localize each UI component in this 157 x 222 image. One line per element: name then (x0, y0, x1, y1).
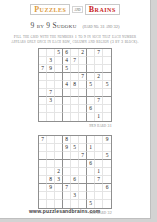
sudoku-cell-r7c5[interactable] (71, 97, 79, 105)
sudoku-cell-r7c8[interactable]: 7 (95, 97, 103, 105)
sudoku-cell-r2c3[interactable] (55, 144, 63, 152)
sudoku-cell-r3c8[interactable] (95, 65, 103, 73)
sudoku-cell-r9c2[interactable] (47, 200, 55, 208)
sudoku-cell-r1c5[interactable] (71, 136, 79, 144)
sudoku-cell-r6c9[interactable] (103, 176, 111, 184)
sudoku-cell-r1c6[interactable]: 2 (79, 49, 87, 57)
sudoku-cell-r9c5[interactable] (71, 113, 79, 121)
sudoku-cell-r2c8[interactable] (95, 144, 103, 152)
sudoku-cell-r3c1[interactable] (39, 152, 47, 160)
footer-url[interactable]: www.puzzlesandbrains.com (29, 208, 100, 214)
sudoku-cell-r8c1[interactable] (39, 192, 47, 200)
sudoku-cell-r9c7[interactable]: 5 (87, 200, 95, 208)
sudoku-cell-r7c7[interactable] (87, 97, 95, 105)
sudoku-cell-r4c2[interactable] (47, 73, 55, 81)
sudoku-cell-r4c5[interactable] (71, 73, 79, 81)
printable-sudoku-page: Puzzles and Brains 9 by 9 Sudoku (hard n… (0, 0, 151, 219)
sudoku-cell-r1c4[interactable]: 6 (63, 49, 71, 57)
sudoku-cell-r8c5[interactable] (71, 105, 79, 113)
sudoku-cell-r3c3[interactable] (55, 152, 63, 160)
sudoku-board-32: 78995175621836797635 (38, 135, 112, 209)
sudoku-cell-r8c5[interactable]: 3 (71, 192, 79, 200)
page-header: 9 by 9 Sudoku (hard no. 31 and 32) (0, 19, 150, 31)
sudoku-cell-r9c1[interactable] (39, 113, 47, 121)
sudoku-cell-r7c2[interactable]: 9 (47, 184, 55, 192)
sudoku-cell-r5c7[interactable]: 5 (87, 81, 95, 89)
sudoku-cell-r2c6[interactable] (79, 144, 87, 152)
sudoku-cell-r1c3[interactable]: 5 (55, 49, 63, 57)
sudoku-cell-r9c4[interactable] (63, 113, 71, 121)
sudoku-cell-r2c7[interactable]: 1 (87, 144, 95, 152)
sudoku-cell-r5c1[interactable] (39, 168, 47, 176)
sudoku-cell-r1c5[interactable] (71, 49, 79, 57)
logo-puzzles-box: Puzzles (30, 4, 70, 15)
page-title: 9 by 9 Sudoku (30, 21, 76, 30)
sudoku-cell-r9c5[interactable] (71, 200, 79, 208)
sudoku-cell-r1c2[interactable] (47, 49, 55, 57)
sudoku-cell-r6c8[interactable]: 7 (95, 176, 103, 184)
sudoku-cell-r4c4[interactable] (63, 73, 71, 81)
sudoku-cell-r6c9[interactable] (103, 89, 111, 97)
sudoku-cell-r6c1[interactable] (39, 176, 47, 184)
sudoku-cell-r1c8[interactable] (95, 136, 103, 144)
sudoku-cell-r7c6[interactable] (79, 97, 87, 105)
sudoku-cell-r1c9[interactable] (103, 49, 111, 57)
sudoku-cell-r5c2[interactable] (47, 81, 55, 89)
sudoku-cell-r4c8[interactable]: 2 (95, 73, 103, 81)
sudoku-cell-r6c3[interactable] (55, 89, 63, 97)
sudoku-cell-r4c3[interactable] (55, 73, 63, 81)
sudoku-cell-r2c6[interactable] (79, 57, 87, 65)
sudoku-cell-r8c7[interactable]: 6 (87, 105, 95, 113)
puzzle-31-section: 562734779572485573761 9x9 hard 31 (38, 48, 112, 128)
sudoku-cell-r8c4[interactable] (63, 192, 71, 200)
sudoku-cell-r4c6[interactable]: 7 (79, 73, 87, 81)
sudoku-cell-r9c3[interactable] (55, 113, 63, 121)
puzzle-31-label: 9x9 hard 31 (38, 123, 112, 128)
sudoku-cell-r8c6[interactable] (79, 192, 87, 200)
site-logo: Puzzles and Brains (0, 0, 150, 15)
sudoku-cell-r2c4[interactable]: 4 (63, 57, 71, 65)
sudoku-cell-r7c6[interactable] (79, 184, 87, 192)
sudoku-cell-r4c2[interactable] (47, 160, 55, 168)
logo-brains-box: Brains (85, 4, 120, 15)
sudoku-cell-r5c7[interactable] (87, 168, 95, 176)
sudoku-cell-r6c7[interactable] (87, 89, 95, 97)
puzzle-32-section: 78995175621836797635 9x9 hard 32 (38, 135, 112, 215)
sudoku-cell-r8c9[interactable] (103, 192, 111, 200)
sudoku-cell-r2c7[interactable] (87, 57, 95, 65)
sudoku-cell-r2c2[interactable]: 3 (47, 57, 55, 65)
sudoku-cell-r8c4[interactable] (63, 105, 71, 113)
sudoku-cell-r3c3[interactable] (55, 65, 63, 73)
sudoku-cell-r8c3[interactable] (55, 105, 63, 113)
sudoku-cell-r7c2[interactable]: 3 (47, 97, 55, 105)
sudoku-cell-r6c2[interactable]: 8 (47, 176, 55, 184)
sudoku-cell-r8c8[interactable] (95, 192, 103, 200)
sudoku-cell-r9c9[interactable] (103, 200, 111, 208)
instructions-line-2: appears only once in each row, column an… (0, 39, 150, 44)
sudoku-cell-r2c8[interactable] (95, 57, 103, 65)
sudoku-cell-r4c9[interactable] (103, 160, 111, 168)
sudoku-cell-r9c4[interactable] (63, 200, 71, 208)
sudoku-cell-r5c9[interactable] (103, 168, 111, 176)
sudoku-cell-r3c4[interactable]: 5 (63, 65, 71, 73)
sudoku-cell-r7c4[interactable]: 7 (63, 184, 71, 192)
sudoku-cell-r5c4[interactable]: 4 (63, 81, 71, 89)
sudoku-cell-r2c5[interactable]: 7 (71, 57, 79, 65)
sudoku-cell-r9c6[interactable] (79, 113, 87, 121)
logo-and-label: and (72, 6, 83, 13)
sudoku-cell-r4c8[interactable] (95, 160, 103, 168)
sudoku-cell-r3c2[interactable] (47, 152, 55, 160)
sudoku-cell-r4c3[interactable] (55, 160, 63, 168)
sudoku-cell-r4c7[interactable]: 6 (87, 160, 95, 168)
sudoku-cell-r9c6[interactable] (79, 200, 87, 208)
sudoku-cell-r8c2[interactable] (47, 192, 55, 200)
sudoku-cell-r2c1[interactable] (39, 144, 47, 152)
sudoku-cell-r6c4[interactable] (63, 176, 71, 184)
sudoku-cell-r1c8[interactable]: 7 (95, 49, 103, 57)
sudoku-cell-r3c1[interactable]: 7 (39, 65, 47, 73)
sudoku-cell-r6c5[interactable]: 6 (71, 176, 79, 184)
sudoku-cell-r9c9[interactable] (103, 113, 111, 121)
sudoku-cell-r3c5[interactable] (71, 152, 79, 160)
sudoku-cell-r2c3[interactable] (55, 57, 63, 65)
sudoku-cell-r8c6[interactable] (79, 105, 87, 113)
sudoku-cell-r8c2[interactable] (47, 105, 55, 113)
sudoku-cell-r1c3[interactable] (55, 136, 63, 144)
sudoku-cell-r5c9[interactable]: 5 (103, 81, 111, 89)
sudoku-cell-r8c1[interactable] (39, 105, 47, 113)
sudoku-cell-r1c7[interactable] (87, 49, 95, 57)
sudoku-cell-r1c1[interactable] (39, 49, 47, 57)
sudoku-cell-r8c9[interactable] (103, 105, 111, 113)
sudoku-cell-r6c7[interactable] (87, 176, 95, 184)
sudoku-cell-r5c2[interactable] (47, 168, 55, 176)
sudoku-cell-r2c2[interactable] (47, 144, 55, 152)
sudoku-cell-r2c9[interactable] (103, 57, 111, 65)
sudoku-cell-r5c8[interactable]: 1 (95, 168, 103, 176)
sudoku-cell-r7c5[interactable] (71, 184, 79, 192)
sudoku-cell-r6c6[interactable] (79, 89, 87, 97)
sudoku-cell-r9c3[interactable] (55, 200, 63, 208)
sudoku-cell-r1c4[interactable]: 8 (63, 136, 71, 144)
sudoku-cell-r4c1[interactable] (39, 73, 47, 81)
sudoku-cell-r5c3[interactable]: 2 (55, 168, 63, 176)
sudoku-cell-r3c4[interactable] (63, 152, 71, 160)
sudoku-cell-r2c5[interactable]: 5 (71, 144, 79, 152)
sudoku-cell-r4c9[interactable] (103, 73, 111, 81)
sudoku-cell-r3c9[interactable]: 5 (103, 152, 111, 160)
sudoku-cell-r6c4[interactable] (63, 89, 71, 97)
sudoku-cell-r1c6[interactable] (79, 136, 87, 144)
sudoku-cell-r3c5[interactable] (71, 65, 79, 73)
sudoku-cell-r4c6[interactable] (79, 160, 87, 168)
sudoku-board-31: 562734779572485573761 (38, 48, 112, 122)
sudoku-cell-r5c3[interactable] (55, 81, 63, 89)
sudoku-cell-r5c6[interactable] (79, 81, 87, 89)
sudoku-cell-r7c9[interactable]: 6 (103, 184, 111, 192)
sudoku-cell-r1c7[interactable] (87, 136, 95, 144)
sudoku-cell-r7c1[interactable] (39, 97, 47, 105)
sudoku-cell-r6c8[interactable] (95, 89, 103, 97)
instructions: Fill the grid with the numbers 1 to 9 in… (0, 34, 150, 44)
sudoku-cell-r6c6[interactable] (79, 176, 87, 184)
sudoku-cell-r7c3[interactable] (55, 97, 63, 105)
sudoku-cell-r3c7[interactable] (87, 65, 95, 73)
page-subtitle: (hard no. 31 and 32) (83, 24, 120, 29)
sudoku-cell-r1c2[interactable] (47, 136, 55, 144)
sudoku-cell-r2c9[interactable] (103, 144, 111, 152)
sudoku-cell-r4c7[interactable] (87, 73, 95, 81)
sudoku-cell-r7c9[interactable] (103, 97, 111, 105)
sudoku-cell-r6c1[interactable] (39, 89, 47, 97)
sudoku-cell-r5c4[interactable] (63, 168, 71, 176)
sudoku-cell-r4c1[interactable] (39, 160, 47, 168)
sudoku-cell-r3c2[interactable]: 9 (47, 65, 55, 73)
sudoku-cell-r6c5[interactable] (71, 89, 79, 97)
sudoku-cell-r7c4[interactable] (63, 97, 71, 105)
sudoku-cell-r1c9[interactable]: 9 (103, 136, 111, 144)
sudoku-cell-r7c7[interactable] (87, 184, 95, 192)
sudoku-cell-r3c8[interactable] (95, 152, 103, 160)
sudoku-cell-r2c1[interactable] (39, 57, 47, 65)
sudoku-cell-r9c8[interactable]: 1 (95, 113, 103, 121)
sudoku-cell-r6c3[interactable]: 3 (55, 176, 63, 184)
sudoku-cell-r7c3[interactable] (55, 184, 63, 192)
sudoku-cell-r5c8[interactable] (95, 81, 103, 89)
sudoku-cell-r8c3[interactable] (55, 192, 63, 200)
sudoku-cell-r3c9[interactable] (103, 65, 111, 73)
sudoku-cell-r3c6[interactable] (79, 65, 87, 73)
sudoku-cell-r5c6[interactable] (79, 168, 87, 176)
sudoku-cell-r7c1[interactable] (39, 184, 47, 192)
sudoku-cell-r1c1[interactable]: 7 (39, 136, 47, 144)
sudoku-cell-r9c2[interactable] (47, 113, 55, 121)
sudoku-cell-r8c8[interactable] (95, 105, 103, 113)
sudoku-cell-r3c7[interactable] (87, 152, 95, 160)
sudoku-cell-r9c7[interactable] (87, 113, 95, 121)
sudoku-cell-r5c5[interactable] (71, 168, 79, 176)
sudoku-cell-r6c2[interactable]: 7 (47, 89, 55, 97)
sudoku-cell-r8c7[interactable] (87, 192, 95, 200)
sudoku-cell-r4c5[interactable] (71, 160, 79, 168)
sudoku-cell-r5c1[interactable] (39, 81, 47, 89)
sudoku-cell-r3c6[interactable]: 7 (79, 152, 87, 160)
sudoku-cell-r9c1[interactable] (39, 200, 47, 208)
sudoku-cell-r9c8[interactable] (95, 200, 103, 208)
sudoku-cell-r5c5[interactable]: 8 (71, 81, 79, 89)
sudoku-cell-r2c4[interactable]: 9 (63, 144, 71, 152)
sudoku-cell-r7c8[interactable] (95, 184, 103, 192)
sudoku-cell-r4c4[interactable] (63, 160, 71, 168)
